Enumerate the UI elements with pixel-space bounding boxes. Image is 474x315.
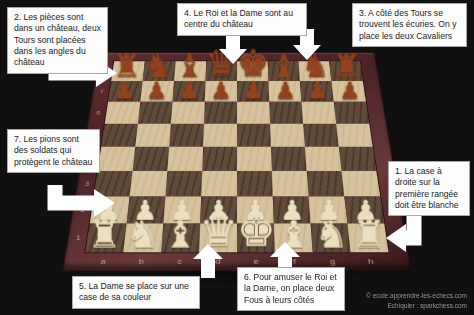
callout-note-1: 1. La case à droite sur la première rang… xyxy=(388,161,470,216)
black-pawn[interactable]: ♟ xyxy=(140,79,172,103)
credits-line1: © ecole.apprendre-les-echecs.com xyxy=(366,291,467,301)
square-d1[interactable]: ♛ xyxy=(199,224,237,253)
square-d4[interactable] xyxy=(202,147,237,171)
black-pawn[interactable]: ♟ xyxy=(205,79,237,103)
credits-watermark: © ecole.apprendre-les-echecs.com Echiqui… xyxy=(366,291,467,311)
white-queen[interactable]: ♛ xyxy=(199,209,237,252)
square-c3[interactable] xyxy=(165,171,202,197)
square-h3[interactable] xyxy=(341,171,380,197)
file-label-f: f xyxy=(275,257,314,266)
square-b7[interactable]: ♟ xyxy=(140,81,174,102)
square-e4[interactable] xyxy=(237,147,272,171)
square-e7[interactable]: ♟ xyxy=(237,81,269,102)
square-f1[interactable]: ♝ xyxy=(274,224,313,253)
square-g3[interactable] xyxy=(307,171,345,197)
black-pawn[interactable]: ♟ xyxy=(173,79,205,103)
credits-line2: Echiquier : sparkchess.com xyxy=(366,301,467,311)
square-d5[interactable] xyxy=(203,124,237,147)
black-pawn[interactable]: ♟ xyxy=(237,79,269,103)
square-c1[interactable]: ♝ xyxy=(161,224,200,253)
file-label-g: g xyxy=(313,257,352,266)
chess-board: ♜♞♝♛♚♝♞♜♟♟♟♟♟♟♟♟♟♟♟♟♟♟♟♟♜♞♝♛♚♝♞♜ abcdefg… xyxy=(83,8,391,290)
file-label-c: c xyxy=(160,257,199,266)
board-grid: ♜♞♝♛♚♝♞♜♟♟♟♟♟♟♟♟♟♟♟♟♟♟♟♟♜♞♝♛♚♝♞♜ xyxy=(85,61,388,252)
square-b4[interactable] xyxy=(133,147,170,171)
white-bishop[interactable]: ♝ xyxy=(161,215,199,253)
callout-note-5: 5. La Dame se place sur une case de sa c… xyxy=(72,276,200,309)
file-label-e: e xyxy=(237,257,275,266)
callout-note-3: 3. A côté des Tours se trouvent les écur… xyxy=(352,3,467,47)
square-c7[interactable]: ♟ xyxy=(173,81,206,102)
square-b1[interactable]: ♞ xyxy=(123,224,163,253)
square-e1[interactable]: ♚ xyxy=(237,224,275,253)
square-c4[interactable] xyxy=(167,147,203,171)
white-bishop[interactable]: ♝ xyxy=(275,215,313,253)
square-a5[interactable] xyxy=(101,124,138,147)
square-g7[interactable]: ♟ xyxy=(300,81,334,102)
square-h5[interactable] xyxy=(336,124,373,147)
square-g6[interactable] xyxy=(301,102,336,124)
square-d6[interactable] xyxy=(204,102,237,124)
callout-note-7: 7. Les pions sont des soldats qui protèg… xyxy=(7,129,100,173)
file-label-d: d xyxy=(199,257,237,266)
white-rook[interactable]: ♜ xyxy=(86,215,124,253)
square-d7[interactable]: ♟ xyxy=(205,81,237,102)
square-c6[interactable] xyxy=(171,102,205,124)
square-e3[interactable] xyxy=(237,171,273,197)
black-pawn[interactable]: ♟ xyxy=(301,79,333,103)
callout-note-2: 2. Les pièces sont dans un château, deux… xyxy=(7,7,108,74)
board-frame: ♜♞♝♛♚♝♞♜♟♟♟♟♟♟♟♟♟♟♟♟♟♟♟♟♜♞♝♛♚♝♞♜ abcdefg… xyxy=(62,52,412,271)
file-label-b: b xyxy=(122,257,161,266)
callout-note-6: 6. Pour amuser le Roi et la Dame, on pla… xyxy=(237,267,345,311)
rank-label-7: 7 xyxy=(95,81,109,102)
square-g5[interactable] xyxy=(303,124,339,147)
rank-label-6: 6 xyxy=(91,102,105,124)
lesson-canvas: ♜♞♝♛♚♝♞♜♟♟♟♟♟♟♟♟♟♟♟♟♟♟♟♟♜♞♝♛♚♝♞♜ abcdefg… xyxy=(0,0,474,315)
square-e6[interactable] xyxy=(237,102,270,124)
square-h4[interactable] xyxy=(339,147,377,171)
black-pawn[interactable]: ♟ xyxy=(108,79,140,103)
square-f5[interactable] xyxy=(270,124,305,147)
white-rook[interactable]: ♜ xyxy=(350,215,388,253)
square-h6[interactable] xyxy=(334,102,370,124)
rank-label-1: 1 xyxy=(70,224,87,253)
callout-note-4: 4. Le Roi et la Dame sont au centre du c… xyxy=(177,3,307,36)
square-a3[interactable] xyxy=(94,171,133,197)
square-d3[interactable] xyxy=(201,171,237,197)
black-pawn[interactable]: ♟ xyxy=(269,79,301,103)
square-b6[interactable] xyxy=(138,102,173,124)
square-a7[interactable]: ♟ xyxy=(108,81,143,102)
white-king[interactable]: ♚ xyxy=(237,209,275,252)
square-h7[interactable]: ♟ xyxy=(331,81,366,102)
square-f6[interactable] xyxy=(269,102,303,124)
file-label-a: a xyxy=(83,257,122,266)
white-knight[interactable]: ♞ xyxy=(124,215,162,253)
rank-label-3: 3 xyxy=(79,171,95,197)
file-labels: abcdefgh xyxy=(83,255,391,268)
square-c5[interactable] xyxy=(169,124,204,147)
square-g4[interactable] xyxy=(305,147,342,171)
square-f4[interactable] xyxy=(271,147,307,171)
file-label-h: h xyxy=(351,257,390,266)
square-g1[interactable]: ♞ xyxy=(311,224,351,253)
square-a6[interactable] xyxy=(105,102,141,124)
square-a4[interactable] xyxy=(98,147,136,171)
white-knight[interactable]: ♞ xyxy=(313,215,351,253)
square-b3[interactable] xyxy=(130,171,168,197)
black-pawn[interactable]: ♟ xyxy=(334,79,366,103)
square-f7[interactable]: ♟ xyxy=(268,81,301,102)
square-f3[interactable] xyxy=(272,171,309,197)
square-a1[interactable]: ♜ xyxy=(85,224,126,253)
square-b5[interactable] xyxy=(135,124,171,147)
square-h1[interactable]: ♜ xyxy=(347,224,388,253)
square-e5[interactable] xyxy=(237,124,271,147)
